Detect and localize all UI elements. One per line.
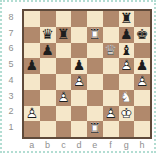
- piece-white-pawn[interactable]: ♟♙: [56, 90, 72, 106]
- piece-white-pawn[interactable]: ♟♙: [24, 106, 40, 122]
- square-a7[interactable]: [24, 27, 40, 43]
- file-label-f: f: [103, 139, 119, 151]
- square-d3[interactable]: [71, 90, 87, 106]
- square-g3[interactable]: ♞♘: [119, 90, 135, 106]
- square-b5[interactable]: [40, 58, 56, 74]
- file-label-e: e: [87, 139, 103, 151]
- rank-labels: 87654321: [2, 9, 20, 135]
- piece-black-pawn[interactable]: ♟: [119, 27, 135, 43]
- piece-black-pawn[interactable]: ♟: [134, 58, 150, 74]
- square-a6[interactable]: [24, 43, 40, 59]
- piece-white-rook[interactable]: ♜♖: [87, 27, 103, 43]
- piece-black-pawn[interactable]: ♟: [40, 43, 56, 59]
- square-f6[interactable]: ♛♕: [103, 43, 119, 59]
- piece-black-rook[interactable]: ♜: [56, 27, 72, 43]
- square-a8[interactable]: [24, 11, 40, 27]
- square-c8[interactable]: [56, 11, 72, 27]
- square-h1[interactable]: [134, 121, 150, 137]
- square-a4[interactable]: [24, 74, 40, 90]
- square-b8[interactable]: [40, 11, 56, 27]
- square-b4[interactable]: [40, 74, 56, 90]
- square-e6[interactable]: [87, 43, 103, 59]
- white-piece-outline: ♙: [119, 58, 135, 74]
- square-e4[interactable]: [87, 74, 103, 90]
- square-d5[interactable]: ♟: [71, 58, 87, 74]
- piece-white-pawn[interactable]: ♟♙: [71, 74, 87, 90]
- square-e8[interactable]: [87, 11, 103, 27]
- chessboard-grid: ♜♛♜♜♖♟♚♟♛♕♝♟♟♟♙♟♟♙♟♙♟♙♞♘♟♙♟♙♚♔♜♖: [24, 11, 150, 137]
- square-c1[interactable]: [56, 121, 72, 137]
- file-label-g: g: [119, 139, 135, 151]
- square-g6[interactable]: ♝: [119, 43, 135, 59]
- white-piece-outline: ♙: [71, 74, 87, 90]
- square-e5[interactable]: [87, 58, 103, 74]
- piece-black-king[interactable]: ♚: [134, 27, 150, 43]
- square-b7[interactable]: ♛: [40, 27, 56, 43]
- piece-white-queen[interactable]: ♛♕: [103, 43, 119, 59]
- rank-label-4: 4: [2, 72, 20, 88]
- square-f8[interactable]: [103, 11, 119, 27]
- white-piece-outline: ♕: [103, 43, 119, 59]
- white-piece-outline: ♖: [87, 121, 103, 137]
- piece-white-king[interactable]: ♚♔: [119, 106, 135, 122]
- square-d7[interactable]: [71, 27, 87, 43]
- square-c3[interactable]: ♟♙: [56, 90, 72, 106]
- square-c4[interactable]: [56, 74, 72, 90]
- square-f2[interactable]: ♟♙: [103, 106, 119, 122]
- file-label-c: c: [56, 139, 72, 151]
- white-piece-outline: ♔: [119, 106, 135, 122]
- file-label-a: a: [24, 139, 40, 151]
- rank-label-6: 6: [2, 41, 20, 57]
- square-h8[interactable]: [134, 11, 150, 27]
- square-c5[interactable]: [56, 58, 72, 74]
- white-piece-outline: ♙: [56, 90, 72, 106]
- square-b2[interactable]: [40, 106, 56, 122]
- rank-label-7: 7: [2, 25, 20, 41]
- square-g7[interactable]: ♟: [119, 27, 135, 43]
- square-d4[interactable]: ♟♙: [71, 74, 87, 90]
- square-f4[interactable]: [103, 74, 119, 90]
- square-d8[interactable]: [71, 11, 87, 27]
- file-label-h: h: [134, 139, 150, 151]
- square-f1[interactable]: [103, 121, 119, 137]
- square-g2[interactable]: ♚♔: [119, 106, 135, 122]
- square-f3[interactable]: [103, 90, 119, 106]
- rank-label-2: 2: [2, 104, 20, 120]
- chess-diagram: 87654321 ♜♛♜♜♖♟♚♟♛♕♝♟♟♟♙♟♟♙♟♙♟♙♞♘♟♙♟♙♚♔♜…: [0, 0, 156, 153]
- rank-label-3: 3: [2, 88, 20, 104]
- piece-black-rook[interactable]: ♜: [119, 11, 135, 27]
- square-a5[interactable]: ♟: [24, 58, 40, 74]
- piece-white-rook[interactable]: ♜♖: [87, 121, 103, 137]
- piece-black-queen[interactable]: ♛: [40, 27, 56, 43]
- square-d1[interactable]: [71, 121, 87, 137]
- white-piece-outline: ♖: [87, 27, 103, 43]
- white-piece-outline: ♙: [134, 74, 150, 90]
- square-c2[interactable]: [56, 106, 72, 122]
- square-h3[interactable]: [134, 90, 150, 106]
- rank-label-5: 5: [2, 56, 20, 72]
- square-d6[interactable]: [71, 43, 87, 59]
- piece-black-pawn[interactable]: ♟: [71, 58, 87, 74]
- chessboard: ♜♛♜♜♖♟♚♟♛♕♝♟♟♟♙♟♟♙♟♙♟♙♞♘♟♙♟♙♚♔♜♖: [22, 9, 152, 139]
- rank-label-1: 1: [2, 119, 20, 135]
- piece-black-bishop[interactable]: ♝: [119, 43, 135, 59]
- square-h7[interactable]: ♚: [134, 27, 150, 43]
- white-piece-outline: ♙: [24, 106, 40, 122]
- piece-black-pawn[interactable]: ♟: [24, 58, 40, 74]
- square-h5[interactable]: ♟: [134, 58, 150, 74]
- square-b6[interactable]: ♟: [40, 43, 56, 59]
- square-g1[interactable]: [119, 121, 135, 137]
- piece-white-knight[interactable]: ♞♘: [119, 90, 135, 106]
- white-piece-outline: ♘: [119, 90, 135, 106]
- square-a2[interactable]: ♟♙: [24, 106, 40, 122]
- square-g4[interactable]: [119, 74, 135, 90]
- square-e1[interactable]: ♜♖: [87, 121, 103, 137]
- piece-white-pawn[interactable]: ♟♙: [134, 74, 150, 90]
- square-e7[interactable]: ♜♖: [87, 27, 103, 43]
- square-g5[interactable]: ♟♙: [119, 58, 135, 74]
- white-piece-outline: ♙: [103, 106, 119, 122]
- square-b1[interactable]: [40, 121, 56, 137]
- square-a3[interactable]: [24, 90, 40, 106]
- square-c6[interactable]: [56, 43, 72, 59]
- piece-white-pawn[interactable]: ♟♙: [103, 106, 119, 122]
- square-g8[interactable]: ♜: [119, 11, 135, 27]
- square-d2[interactable]: [71, 106, 87, 122]
- square-e3[interactable]: [87, 90, 103, 106]
- square-e2[interactable]: [87, 106, 103, 122]
- square-h2[interactable]: [134, 106, 150, 122]
- square-h4[interactable]: ♟♙: [134, 74, 150, 90]
- square-f7[interactable]: [103, 27, 119, 43]
- file-label-d: d: [71, 139, 87, 151]
- file-labels: abcdefgh: [22, 139, 154, 151]
- square-h6[interactable]: [134, 43, 150, 59]
- file-label-b: b: [40, 139, 56, 151]
- square-f5[interactable]: [103, 58, 119, 74]
- rank-label-8: 8: [2, 9, 20, 25]
- square-a1[interactable]: [24, 121, 40, 137]
- square-b3[interactable]: [40, 90, 56, 106]
- piece-white-pawn[interactable]: ♟♙: [119, 58, 135, 74]
- square-c7[interactable]: ♜: [56, 27, 72, 43]
